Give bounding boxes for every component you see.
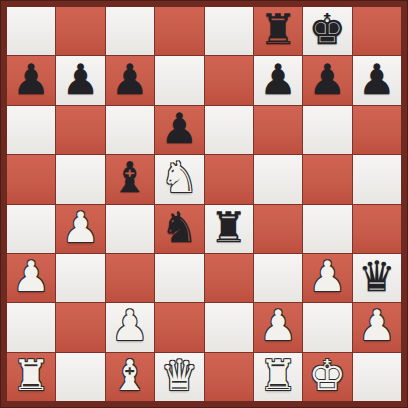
- square-c2[interactable]: ♟: [106, 303, 154, 351]
- square-a6[interactable]: [7, 106, 55, 154]
- square-a4[interactable]: [7, 205, 55, 253]
- piece-black-rook[interactable]: ♜: [210, 207, 248, 249]
- square-e5[interactable]: [205, 155, 253, 203]
- square-h5[interactable]: [353, 155, 401, 203]
- square-c4[interactable]: [106, 205, 154, 253]
- piece-white-pawn[interactable]: ♟: [111, 305, 149, 347]
- piece-white-knight[interactable]: ♞: [160, 157, 198, 199]
- square-h8[interactable]: [353, 7, 401, 55]
- square-c7[interactable]: ♟: [106, 56, 154, 104]
- square-h6[interactable]: [353, 106, 401, 154]
- square-e7[interactable]: [205, 56, 253, 104]
- square-f5[interactable]: [254, 155, 302, 203]
- square-e8[interactable]: [205, 7, 253, 55]
- square-b5[interactable]: [56, 155, 104, 203]
- square-c6[interactable]: [106, 106, 154, 154]
- piece-black-pawn[interactable]: ♟: [358, 59, 396, 101]
- square-f1[interactable]: ♜: [254, 353, 302, 401]
- square-g5[interactable]: [303, 155, 351, 203]
- square-d1[interactable]: ♛: [155, 353, 203, 401]
- square-a7[interactable]: ♟: [7, 56, 55, 104]
- piece-black-pawn[interactable]: ♟: [62, 59, 100, 101]
- square-a5[interactable]: [7, 155, 55, 203]
- piece-black-pawn[interactable]: ♟: [160, 108, 198, 150]
- square-f7[interactable]: ♟: [254, 56, 302, 104]
- square-a3[interactable]: ♟: [7, 254, 55, 302]
- square-d2[interactable]: [155, 303, 203, 351]
- square-h2[interactable]: ♟: [353, 303, 401, 351]
- square-g8[interactable]: ♚: [303, 7, 351, 55]
- square-g4[interactable]: [303, 205, 351, 253]
- square-g1[interactable]: ♚: [303, 353, 351, 401]
- square-g6[interactable]: [303, 106, 351, 154]
- square-b8[interactable]: [56, 7, 104, 55]
- square-e6[interactable]: [205, 106, 253, 154]
- square-b2[interactable]: [56, 303, 104, 351]
- piece-black-pawn[interactable]: ♟: [12, 59, 50, 101]
- square-d6[interactable]: ♟: [155, 106, 203, 154]
- chess-board: ♜♚♟♟♟♟♟♟♟♝♞♟♞♜♟♟♛♟♟♟♜♝♛♜♚: [7, 7, 401, 401]
- piece-white-rook[interactable]: ♜: [12, 355, 50, 397]
- piece-black-king[interactable]: ♚: [309, 9, 347, 51]
- square-e4[interactable]: ♜: [205, 205, 253, 253]
- piece-black-rook[interactable]: ♜: [259, 9, 297, 51]
- square-d3[interactable]: [155, 254, 203, 302]
- square-b3[interactable]: [56, 254, 104, 302]
- piece-white-pawn[interactable]: ♟: [62, 207, 100, 249]
- square-f2[interactable]: ♟: [254, 303, 302, 351]
- piece-white-king[interactable]: ♚: [309, 355, 347, 397]
- square-d7[interactable]: [155, 56, 203, 104]
- square-f4[interactable]: [254, 205, 302, 253]
- square-f6[interactable]: [254, 106, 302, 154]
- square-b6[interactable]: [56, 106, 104, 154]
- square-b4[interactable]: ♟: [56, 205, 104, 253]
- chess-board-frame: ♜♚♟♟♟♟♟♟♟♝♞♟♞♜♟♟♛♟♟♟♜♝♛♜♚: [0, 0, 408, 408]
- square-g3[interactable]: ♟: [303, 254, 351, 302]
- square-g2[interactable]: [303, 303, 351, 351]
- piece-black-pawn[interactable]: ♟: [111, 59, 149, 101]
- square-d8[interactable]: [155, 7, 203, 55]
- square-e2[interactable]: [205, 303, 253, 351]
- square-c1[interactable]: ♝: [106, 353, 154, 401]
- piece-white-rook[interactable]: ♜: [259, 355, 297, 397]
- piece-black-pawn[interactable]: ♟: [309, 59, 347, 101]
- piece-black-pawn[interactable]: ♟: [259, 59, 297, 101]
- square-f3[interactable]: [254, 254, 302, 302]
- piece-white-pawn[interactable]: ♟: [309, 256, 347, 298]
- piece-white-pawn[interactable]: ♟: [12, 256, 50, 298]
- square-c8[interactable]: [106, 7, 154, 55]
- square-a8[interactable]: [7, 7, 55, 55]
- square-h4[interactable]: [353, 205, 401, 253]
- square-b7[interactable]: ♟: [56, 56, 104, 104]
- piece-white-pawn[interactable]: ♟: [259, 305, 297, 347]
- square-d4[interactable]: ♞: [155, 205, 203, 253]
- square-d5[interactable]: ♞: [155, 155, 203, 203]
- square-e3[interactable]: [205, 254, 253, 302]
- piece-white-pawn[interactable]: ♟: [358, 305, 396, 347]
- piece-black-queen[interactable]: ♛: [358, 256, 396, 298]
- square-c5[interactable]: ♝: [106, 155, 154, 203]
- square-h7[interactable]: ♟: [353, 56, 401, 104]
- piece-white-queen[interactable]: ♛: [160, 355, 198, 397]
- square-g7[interactable]: ♟: [303, 56, 351, 104]
- piece-black-bishop[interactable]: ♝: [111, 157, 149, 199]
- square-h3[interactable]: ♛: [353, 254, 401, 302]
- piece-black-knight[interactable]: ♞: [160, 207, 198, 249]
- piece-white-bishop[interactable]: ♝: [111, 355, 149, 397]
- square-a1[interactable]: ♜: [7, 353, 55, 401]
- square-c3[interactable]: [106, 254, 154, 302]
- square-f8[interactable]: ♜: [254, 7, 302, 55]
- square-b1[interactable]: [56, 353, 104, 401]
- square-e1[interactable]: [205, 353, 253, 401]
- square-a2[interactable]: [7, 303, 55, 351]
- square-h1[interactable]: [353, 353, 401, 401]
